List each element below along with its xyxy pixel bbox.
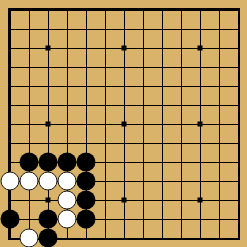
grid-cell[interactable] [143, 124, 162, 143]
grid-cell[interactable] [10, 67, 29, 86]
grid-cell[interactable] [143, 143, 162, 162]
grid-cell[interactable] [29, 29, 48, 48]
grid-cell[interactable] [162, 86, 181, 105]
grid-cell[interactable] [67, 124, 86, 143]
grid-cell[interactable] [162, 181, 181, 200]
grid-cell[interactable] [200, 200, 219, 219]
grid-cell[interactable] [29, 219, 48, 238]
grid-cell[interactable] [29, 143, 48, 162]
grid-cell[interactable] [162, 143, 181, 162]
grid-cell[interactable] [219, 143, 238, 162]
grid-cell[interactable] [219, 162, 238, 181]
grid-cell[interactable] [67, 10, 86, 29]
grid-cell[interactable] [105, 86, 124, 105]
grid-cell[interactable] [219, 181, 238, 200]
grid-cell[interactable] [124, 86, 143, 105]
grid-cell[interactable] [67, 181, 86, 200]
grid-cell[interactable] [143, 67, 162, 86]
grid-cell[interactable] [124, 181, 143, 200]
grid-cell[interactable] [29, 10, 48, 29]
grid-cell[interactable] [48, 200, 67, 219]
grid-cell[interactable] [124, 10, 143, 29]
grid-cell[interactable] [86, 219, 105, 238]
grid-cell[interactable] [105, 105, 124, 124]
grid-cell[interactable] [219, 86, 238, 105]
grid-cell[interactable] [143, 105, 162, 124]
grid-cell[interactable] [200, 143, 219, 162]
grid-cell[interactable] [181, 48, 200, 67]
grid-cell[interactable] [105, 48, 124, 67]
grid-cell[interactable] [86, 105, 105, 124]
grid-cell[interactable] [162, 200, 181, 219]
grid-cell[interactable] [181, 67, 200, 86]
grid-cell[interactable] [67, 219, 86, 238]
grid-cell[interactable] [86, 124, 105, 143]
grid-cell[interactable] [219, 48, 238, 67]
grid-cell[interactable] [200, 29, 219, 48]
grid-cell[interactable] [10, 200, 29, 219]
grid-cell[interactable] [86, 10, 105, 29]
grid-cell[interactable] [143, 10, 162, 29]
grid-cell[interactable] [124, 105, 143, 124]
grid-cell[interactable] [10, 181, 29, 200]
grid-cell[interactable] [124, 67, 143, 86]
grid-cell[interactable] [200, 162, 219, 181]
grid-cell[interactable] [162, 219, 181, 238]
grid-cell[interactable] [162, 162, 181, 181]
grid-cell[interactable] [67, 162, 86, 181]
grid-cell[interactable] [181, 124, 200, 143]
grid-cell[interactable] [10, 48, 29, 67]
grid-cell[interactable] [124, 219, 143, 238]
grid-cell[interactable] [105, 219, 124, 238]
grid-cell[interactable] [10, 162, 29, 181]
grid-cell[interactable] [219, 124, 238, 143]
grid-cell[interactable] [67, 105, 86, 124]
grid-cell[interactable] [162, 10, 181, 29]
grid-cell[interactable] [200, 48, 219, 67]
grid-cell[interactable] [162, 29, 181, 48]
grid-cell[interactable] [219, 105, 238, 124]
grid-cell[interactable] [10, 143, 29, 162]
grid-cell[interactable] [67, 48, 86, 67]
grid-cell[interactable] [86, 29, 105, 48]
grid-cell[interactable] [143, 200, 162, 219]
grid-cell[interactable] [181, 219, 200, 238]
grid-cell[interactable] [105, 162, 124, 181]
grid-cell[interactable] [124, 124, 143, 143]
grid-cell[interactable] [29, 86, 48, 105]
grid-cell[interactable] [200, 86, 219, 105]
grid-cell[interactable] [200, 67, 219, 86]
grid-cell[interactable] [219, 219, 238, 238]
grid-cell[interactable] [200, 124, 219, 143]
grid-cell[interactable] [105, 10, 124, 29]
grid-cell[interactable] [219, 200, 238, 219]
grid-cell[interactable] [48, 181, 67, 200]
grid-cell[interactable] [181, 29, 200, 48]
grid-cell[interactable] [105, 29, 124, 48]
grid-cell[interactable] [219, 67, 238, 86]
grid-cell[interactable] [124, 48, 143, 67]
grid-cell[interactable] [162, 124, 181, 143]
grid-cell[interactable] [181, 10, 200, 29]
grid-cell[interactable] [200, 10, 219, 29]
grid-cell[interactable] [105, 67, 124, 86]
grid-cell[interactable] [105, 143, 124, 162]
grid-cell[interactable] [48, 162, 67, 181]
grid-cell[interactable] [124, 29, 143, 48]
grid-cell[interactable] [86, 67, 105, 86]
grid-cell[interactable] [48, 29, 67, 48]
grid-cell[interactable] [48, 48, 67, 67]
grid-cell[interactable] [29, 162, 48, 181]
grid-cell[interactable] [10, 105, 29, 124]
grid-cell[interactable] [162, 48, 181, 67]
grid-cell[interactable] [29, 124, 48, 143]
grid-cell[interactable] [10, 124, 29, 143]
grid-cell[interactable] [181, 143, 200, 162]
grid-cell[interactable] [48, 10, 67, 29]
grid-cell[interactable] [200, 181, 219, 200]
grid-cell[interactable] [29, 67, 48, 86]
grid-cell[interactable] [105, 200, 124, 219]
grid-cell[interactable] [10, 86, 29, 105]
grid-cell[interactable] [86, 143, 105, 162]
grid-cell[interactable] [143, 219, 162, 238]
grid-cell[interactable] [67, 143, 86, 162]
grid-cell[interactable] [181, 181, 200, 200]
grid-cell[interactable] [200, 105, 219, 124]
grid-cell[interactable] [67, 67, 86, 86]
grid-cell[interactable] [143, 29, 162, 48]
grid-cell[interactable] [86, 200, 105, 219]
grid-cell[interactable] [143, 48, 162, 67]
grid-cell[interactable] [181, 105, 200, 124]
grid-cell[interactable] [124, 200, 143, 219]
grid-cell[interactable] [48, 124, 67, 143]
grid-cell[interactable] [86, 86, 105, 105]
grid-cell[interactable] [86, 48, 105, 67]
grid-cell[interactable] [162, 105, 181, 124]
grid-cell[interactable] [143, 181, 162, 200]
grid-cell[interactable] [48, 143, 67, 162]
grid-cell[interactable] [219, 29, 238, 48]
grid-cell[interactable] [105, 124, 124, 143]
board-grid[interactable] [10, 10, 238, 238]
grid-cell[interactable] [29, 200, 48, 219]
grid-cell[interactable] [29, 181, 48, 200]
grid-cell[interactable] [29, 48, 48, 67]
grid-cell[interactable] [48, 86, 67, 105]
grid-cell[interactable] [67, 29, 86, 48]
grid-cell[interactable] [143, 86, 162, 105]
grid-cell[interactable] [181, 162, 200, 181]
grid-cell[interactable] [10, 10, 29, 29]
grid-cell[interactable] [67, 200, 86, 219]
grid-cell[interactable] [10, 29, 29, 48]
grid-cell[interactable] [219, 10, 238, 29]
grid-cell[interactable] [48, 219, 67, 238]
grid-cell[interactable] [86, 162, 105, 181]
grid-cell[interactable] [67, 86, 86, 105]
grid-cell[interactable] [181, 86, 200, 105]
grid-cell[interactable] [124, 162, 143, 181]
grid-cell[interactable] [48, 67, 67, 86]
grid-cell[interactable] [48, 105, 67, 124]
grid-cell[interactable] [200, 219, 219, 238]
grid-cell[interactable] [162, 67, 181, 86]
grid-cell[interactable] [10, 219, 29, 238]
grid-cell[interactable] [86, 181, 105, 200]
go-board [0, 0, 247, 247]
grid-cell[interactable] [29, 105, 48, 124]
grid-cell[interactable] [105, 181, 124, 200]
grid-cell[interactable] [181, 200, 200, 219]
grid-cell[interactable] [124, 143, 143, 162]
grid-cell[interactable] [143, 162, 162, 181]
